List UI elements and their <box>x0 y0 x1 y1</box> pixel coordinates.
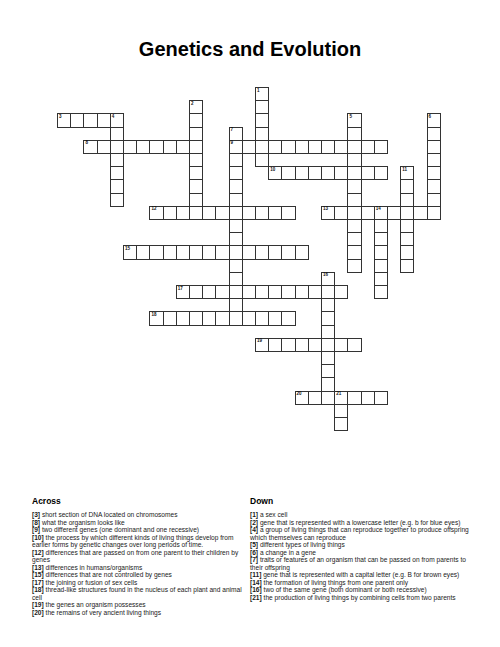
grid-cell-r15c21[interactable] <box>334 285 348 299</box>
grid-cell-r19c20[interactable] <box>321 338 335 352</box>
down-section: Down [1] a sex cell[2] gene that is repr… <box>250 497 476 601</box>
clue-label: [15] <box>32 571 44 578</box>
grid-cell-r2c3[interactable] <box>97 113 111 127</box>
grid-cell-r7c26[interactable] <box>400 179 414 193</box>
grid-cell-r13c13[interactable] <box>229 259 243 273</box>
grid-cell-r12c11[interactable] <box>202 245 216 259</box>
grid-cell-r7c28[interactable] <box>427 179 441 193</box>
clue-number-5: 5 <box>349 114 352 120</box>
across-clue-list: [3] short section of DNA located on chro… <box>32 511 248 616</box>
grid-cell-r17c16[interactable] <box>268 311 282 325</box>
grid-cell-r17c8[interactable] <box>163 311 177 325</box>
grid-cell-r15c16[interactable] <box>268 285 282 299</box>
grid-cell-r23c22[interactable] <box>347 391 361 405</box>
grid-cell-r4c10[interactable] <box>189 140 203 154</box>
grid-cell-r15c18[interactable] <box>295 285 309 299</box>
clue-number-12: 12 <box>151 206 156 212</box>
grid-cell-r6c13[interactable] <box>229 166 243 180</box>
grid-cell-r4c3[interactable] <box>97 140 111 154</box>
clue-number-6: 6 <box>429 114 432 120</box>
grid-cell-r4c7[interactable] <box>149 140 163 154</box>
grid-cell-r10c26[interactable] <box>400 219 414 233</box>
grid-cell-r12c6[interactable] <box>136 245 150 259</box>
across-clue-8: [8] what the organism looks like <box>32 519 248 527</box>
clue-number-20: 20 <box>297 391 302 397</box>
clue-label: [13] <box>32 564 44 571</box>
grid-cell-r0c15[interactable]: 1 <box>255 87 269 101</box>
grid-cell-r6c28[interactable] <box>427 166 441 180</box>
grid-cell-r9c22[interactable] <box>347 206 361 220</box>
down-clue-5: [5] different types of living things <box>250 541 476 549</box>
grid-cell-r2c10[interactable] <box>189 113 203 127</box>
across-clue-12: [12] differences that are passed on from… <box>32 549 248 564</box>
grid-cell-r2c1[interactable] <box>70 113 84 127</box>
grid-cell-r9c9[interactable] <box>176 206 190 220</box>
grid-cell-r6c24[interactable] <box>374 166 388 180</box>
grid-cell-r3c10[interactable] <box>189 127 203 141</box>
clue-number-11: 11 <box>402 167 407 173</box>
clue-label: [7] <box>250 556 258 563</box>
across-clue-19: [19] the genes an organism possesses <box>32 601 248 609</box>
clue-label: [12] <box>32 549 44 556</box>
grid-cell-r15c17[interactable] <box>281 285 295 299</box>
grid-cell-r4c6[interactable] <box>136 140 150 154</box>
grid-cell-r6c16[interactable]: 10 <box>268 166 282 180</box>
grid-cell-r23c19[interactable] <box>308 391 322 405</box>
grid-cell-r14c13[interactable] <box>229 272 243 286</box>
grid-cell-r9c11[interactable] <box>202 206 216 220</box>
grid-cell-r9c13[interactable] <box>229 206 243 220</box>
grid-cell-r12c12[interactable] <box>215 245 229 259</box>
grid-cell-r4c16[interactable] <box>268 140 282 154</box>
grid-cell-r4c9[interactable] <box>176 140 190 154</box>
grid-cell-r12c7[interactable] <box>149 245 163 259</box>
grid-cell-r16c13[interactable] <box>229 298 243 312</box>
grid-cell-r4c14[interactable] <box>242 140 256 154</box>
grid-cell-r17c14[interactable] <box>242 311 256 325</box>
grid-cell-r8c22[interactable] <box>347 193 361 207</box>
grid-cell-r12c18[interactable] <box>295 245 309 259</box>
grid-cell-r19c16[interactable] <box>268 338 282 352</box>
grid-cell-r15c13[interactable] <box>229 285 243 299</box>
clue-number-3: 3 <box>59 114 62 120</box>
crossword-grid: 123456789101112131415161718192021 <box>57 87 441 432</box>
grid-cell-r12c26[interactable] <box>400 245 414 259</box>
grid-cell-r23c23[interactable] <box>361 391 375 405</box>
worksheet-page: { "game": "crossword", "title": "Genetic… <box>0 0 500 647</box>
grid-cell-r10c24[interactable] <box>374 219 388 233</box>
across-section: Across [3] short section of DNA located … <box>32 497 248 616</box>
grid-cell-r6c19[interactable] <box>308 166 322 180</box>
grid-cell-r7c4[interactable] <box>110 179 124 193</box>
grid-cell-r5c10[interactable] <box>189 153 203 167</box>
grid-cell-r12c16[interactable] <box>268 245 282 259</box>
grid-cell-r9c20[interactable]: 13 <box>321 206 335 220</box>
grid-cell-r15c19[interactable] <box>308 285 322 299</box>
grid-cell-r4c17[interactable] <box>281 140 295 154</box>
down-clue-2: [2] gene that is represented with a lowe… <box>250 519 476 527</box>
grid-cell-r15c14[interactable] <box>242 285 256 299</box>
across-clue-20: [20] the remains of very ancient living … <box>32 609 248 617</box>
grid-cell-r20c20[interactable] <box>321 351 335 365</box>
grid-cell-r4c2[interactable]: 8 <box>83 140 97 154</box>
grid-cell-r5c15[interactable] <box>255 153 269 167</box>
grid-cell-r4c19[interactable] <box>308 140 322 154</box>
clue-label: [11] <box>250 571 261 578</box>
grid-cell-r2c28[interactable]: 6 <box>427 113 441 127</box>
down-clue-7: [7] traits or features of an organism th… <box>250 556 476 571</box>
grid-cell-r12c24[interactable] <box>374 245 388 259</box>
grid-cell-r7c13[interactable] <box>229 179 243 193</box>
grid-cell-r6c20[interactable] <box>321 166 335 180</box>
grid-cell-r12c22[interactable] <box>347 245 361 259</box>
across-clue-3: [3] short section of DNA located on chro… <box>32 511 248 519</box>
grid-cell-r9c8[interactable] <box>163 206 177 220</box>
grid-cell-r17c11[interactable] <box>202 311 216 325</box>
clue-number-14: 14 <box>376 206 381 212</box>
grid-cell-r5c22[interactable] <box>347 153 361 167</box>
grid-cell-r8c26[interactable] <box>400 193 414 207</box>
down-clue-21: [21] the production of living things by … <box>250 594 476 602</box>
grid-cell-r23c24[interactable] <box>374 391 388 405</box>
grid-cell-r19c19[interactable] <box>308 338 322 352</box>
grid-cell-r15c15[interactable] <box>255 285 269 299</box>
grid-cell-r10c22[interactable] <box>347 219 361 233</box>
grid-cell-r4c21[interactable] <box>334 140 348 154</box>
grid-cell-r4c23[interactable] <box>361 140 375 154</box>
grid-cell-r1c15[interactable] <box>255 100 269 114</box>
clue-label: [10] <box>32 534 44 541</box>
clue-label: [1] <box>250 511 258 518</box>
grid-cell-r17c7[interactable]: 18 <box>149 311 163 325</box>
grid-cell-r4c20[interactable] <box>321 140 335 154</box>
grid-cell-r9c15[interactable] <box>255 206 269 220</box>
grid-cell-r9c10[interactable] <box>189 206 203 220</box>
clue-label: [5] <box>250 541 258 548</box>
grid-cell-r5c4[interactable] <box>110 153 124 167</box>
down-clue-6: [6] a change in a gene <box>250 549 476 557</box>
grid-cell-r21c20[interactable] <box>321 364 335 378</box>
grid-cell-r3c13[interactable]: 7 <box>229 127 243 141</box>
grid-cell-r12c17[interactable] <box>281 245 295 259</box>
down-clue-4: [4] a group of living things that can re… <box>250 526 476 541</box>
grid-cell-r2c15[interactable] <box>255 113 269 127</box>
grid-cell-r4c22[interactable] <box>347 140 361 154</box>
across-header: Across <box>32 497 248 506</box>
grid-cell-r9c14[interactable] <box>242 206 256 220</box>
down-clue-11: [11] gene that is represented with a cap… <box>250 571 476 579</box>
clue-label: [17] <box>32 579 44 586</box>
grid-cell-r6c22[interactable] <box>347 166 361 180</box>
grid-cell-r3c15[interactable] <box>255 127 269 141</box>
grid-cell-r15c10[interactable] <box>189 285 203 299</box>
clue-label: [8] <box>32 519 40 526</box>
clue-number-9: 9 <box>231 140 234 146</box>
grid-cell-r2c0[interactable]: 3 <box>57 113 71 127</box>
grid-cell-r6c21[interactable] <box>334 166 348 180</box>
grid-cell-r2c2[interactable] <box>83 113 97 127</box>
grid-cell-r9c27[interactable] <box>413 206 427 220</box>
grid-cell-r12c9[interactable] <box>176 245 190 259</box>
grid-cell-r4c8[interactable] <box>163 140 177 154</box>
grid-cell-r12c13[interactable] <box>229 245 243 259</box>
grid-cell-r19c18[interactable] <box>295 338 309 352</box>
grid-cell-r12c10[interactable] <box>189 245 203 259</box>
grid-cell-r17c17[interactable] <box>281 311 295 325</box>
grid-cell-r17c9[interactable] <box>176 311 190 325</box>
across-clue-13: [13] differences in humans/organisms <box>32 564 248 572</box>
grid-cell-r12c5[interactable]: 15 <box>123 245 137 259</box>
grid-cell-r3c28[interactable] <box>427 127 441 141</box>
grid-cell-r17c12[interactable] <box>215 311 229 325</box>
clue-label: [16] <box>250 586 262 593</box>
grid-cell-r15c9[interactable]: 17 <box>176 285 190 299</box>
grid-cell-r9c26[interactable] <box>400 206 414 220</box>
grid-cell-r9c25[interactable] <box>387 206 401 220</box>
grid-cell-r14c20[interactable]: 16 <box>321 272 335 286</box>
clue-label: [9] <box>32 526 40 533</box>
grid-cell-r19c22[interactable] <box>347 338 361 352</box>
grid-cell-r6c10[interactable] <box>189 166 203 180</box>
grid-cell-r4c28[interactable] <box>427 140 441 154</box>
grid-cell-r4c24[interactable] <box>374 140 388 154</box>
down-clue-16: [16] two of the same gene (both dominant… <box>250 586 476 594</box>
down-clue-list: [1] a sex cell[2] gene that is represent… <box>250 511 476 601</box>
grid-cell-r6c18[interactable] <box>295 166 309 180</box>
grid-cell-r15c12[interactable] <box>215 285 229 299</box>
clue-label: [19] <box>32 601 44 608</box>
down-clue-1: [1] a sex cell <box>250 511 476 519</box>
grid-cell-r6c23[interactable] <box>361 166 375 180</box>
grid-cell-r9c7[interactable]: 12 <box>149 206 163 220</box>
grid-cell-r9c17[interactable] <box>281 206 295 220</box>
grid-cell-r25c21[interactable] <box>334 417 348 431</box>
grid-cell-r22c20[interactable] <box>321 377 335 391</box>
grid-cell-r11c13[interactable] <box>229 232 243 246</box>
grid-cell-r1c10[interactable]: 2 <box>189 100 203 114</box>
clue-number-15: 15 <box>125 246 130 252</box>
grid-cell-r4c13[interactable]: 9 <box>229 140 243 154</box>
clue-number-8: 8 <box>85 140 88 146</box>
down-clue-14: [14] the formation of living things from… <box>250 579 476 587</box>
grid-cell-r8c4[interactable] <box>110 193 124 207</box>
clue-label: [21] <box>250 594 262 601</box>
grid-cell-r9c24[interactable]: 14 <box>374 206 388 220</box>
clue-number-4: 4 <box>112 114 115 120</box>
clue-label: [3] <box>32 511 40 518</box>
across-clue-18: [18] thread-like structures found in the… <box>32 586 248 601</box>
grid-cell-r4c18[interactable] <box>295 140 309 154</box>
grid-cell-r24c21[interactable] <box>334 404 348 418</box>
grid-cell-r19c17[interactable] <box>281 338 295 352</box>
grid-cell-r13c24[interactable] <box>374 259 388 273</box>
across-clue-15: [15] differences that are not controlled… <box>32 571 248 579</box>
grid-cell-r5c13[interactable] <box>229 153 243 167</box>
grid-cell-r9c23[interactable] <box>361 206 375 220</box>
clue-number-10: 10 <box>270 167 275 173</box>
grid-cell-r15c11[interactable] <box>202 285 216 299</box>
grid-cell-r12c8[interactable] <box>163 245 177 259</box>
grid-cell-r15c20[interactable] <box>321 285 335 299</box>
clue-number-21: 21 <box>336 391 341 397</box>
grid-cell-r3c22[interactable] <box>347 127 361 141</box>
down-header: Down <box>250 497 476 506</box>
grid-cell-r10c13[interactable] <box>229 219 243 233</box>
grid-cell-r8c13[interactable] <box>229 193 243 207</box>
across-clue-10: [10] the process by which different kind… <box>32 534 248 549</box>
grid-cell-r17c20[interactable] <box>321 311 335 325</box>
grid-cell-r19c15[interactable]: 19 <box>255 338 269 352</box>
clue-number-18: 18 <box>151 312 156 318</box>
clue-number-2: 2 <box>191 101 194 107</box>
clue-label: [4] <box>250 526 258 533</box>
grid-cell-r23c20[interactable] <box>321 391 335 405</box>
grid-cell-r7c10[interactable] <box>189 179 203 193</box>
grid-cell-r11c24[interactable] <box>374 232 388 246</box>
across-clue-17: [17] the joining or fusion of sex cells <box>32 579 248 587</box>
grid-cell-r5c28[interactable] <box>427 153 441 167</box>
grid-cell-r23c21[interactable]: 21 <box>334 391 348 405</box>
grid-cell-r16c20[interactable] <box>321 298 335 312</box>
grid-cell-r6c26[interactable]: 11 <box>400 166 414 180</box>
grid-cell-r14c24[interactable] <box>374 272 388 286</box>
grid-cell-r15c24[interactable] <box>374 285 388 299</box>
grid-cell-r9c16[interactable] <box>268 206 282 220</box>
grid-cell-r4c4[interactable] <box>110 140 124 154</box>
grid-cell-r9c28[interactable] <box>427 206 441 220</box>
grid-cell-r7c22[interactable] <box>347 179 361 193</box>
grid-cell-r6c4[interactable] <box>110 166 124 180</box>
grid-cell-r23c18[interactable]: 20 <box>295 391 309 405</box>
grid-cell-r2c22[interactable]: 5 <box>347 113 361 127</box>
grid-cell-r17c15[interactable] <box>255 311 269 325</box>
grid-cell-r6c17[interactable] <box>281 166 295 180</box>
grid-cell-r12c14[interactable] <box>242 245 256 259</box>
clue-number-13: 13 <box>323 206 328 212</box>
clue-label: [6] <box>250 549 258 556</box>
grid-cell-r4c5[interactable] <box>123 140 137 154</box>
grid-cell-r4c15[interactable] <box>255 140 269 154</box>
grid-cell-r12c15[interactable] <box>255 245 269 259</box>
clue-number-16: 16 <box>323 272 328 278</box>
grid-cell-r17c10[interactable] <box>189 311 203 325</box>
grid-cell-r3c4[interactable] <box>110 127 124 141</box>
grid-cell-r13c22[interactable] <box>347 259 361 273</box>
grid-cell-r18c20[interactable] <box>321 325 335 339</box>
grid-cell-r11c26[interactable] <box>400 232 414 246</box>
grid-cell-r13c26[interactable] <box>400 259 414 273</box>
grid-cell-r11c22[interactable] <box>347 232 361 246</box>
across-clue-9: [9] two different genes (one dominant an… <box>32 526 248 534</box>
clue-number-17: 17 <box>178 286 183 292</box>
grid-cell-r17c13[interactable] <box>229 311 243 325</box>
grid-cell-r2c4[interactable]: 4 <box>110 113 124 127</box>
grid-cell-r19c21[interactable] <box>334 338 348 352</box>
clue-label: [2] <box>250 519 258 526</box>
grid-cell-r8c10[interactable] <box>189 193 203 207</box>
clue-label: [20] <box>32 609 44 616</box>
puzzle-title: Genetics and Evolution <box>0 38 500 61</box>
clue-number-7: 7 <box>231 127 234 133</box>
clue-label: [14] <box>250 579 262 586</box>
grid-cell-r9c12[interactable] <box>215 206 229 220</box>
clue-number-19: 19 <box>257 338 262 344</box>
clue-number-1: 1 <box>257 88 260 94</box>
grid-cell-r9c21[interactable] <box>334 206 348 220</box>
grid-cell-r8c28[interactable] <box>427 193 441 207</box>
clue-label: [18] <box>32 586 44 593</box>
